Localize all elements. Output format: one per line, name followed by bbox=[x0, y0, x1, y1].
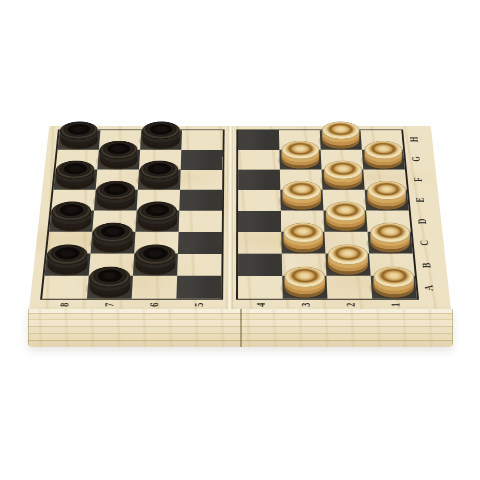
piece-top-face: ⛀ bbox=[367, 181, 407, 200]
square-g3[interactable]: ⛀ bbox=[279, 150, 321, 170]
black-man[interactable]: ⛂ bbox=[51, 212, 92, 231]
white-man[interactable]: ⛀ bbox=[364, 151, 403, 169]
black-man[interactable]: ⛂ bbox=[60, 131, 99, 149]
square-d4[interactable] bbox=[238, 211, 281, 232]
white-man[interactable]: ⛀ bbox=[323, 170, 362, 188]
black-man[interactable]: ⛂ bbox=[142, 131, 180, 149]
box-front-edge bbox=[28, 309, 453, 347]
white-man[interactable]: ⛀ bbox=[370, 233, 411, 253]
black-man[interactable]: ⛂ bbox=[99, 151, 138, 169]
board-half-right: ⛀⛀⛀⛀⛀⛀⛀⛀⛀⛀⛀⛀ 4321 HGFEDCBA bbox=[233, 126, 451, 310]
piece-top-face: ⛀ bbox=[324, 161, 363, 179]
square-c3[interactable]: ⛀ bbox=[281, 232, 325, 254]
coord-label-H: H bbox=[403, 129, 433, 149]
square-d6[interactable]: ⛂ bbox=[135, 211, 179, 232]
white-man[interactable]: ⛀ bbox=[322, 131, 360, 149]
black-man[interactable]: ⛂ bbox=[55, 170, 95, 188]
square-h2[interactable]: ⛀ bbox=[320, 130, 362, 149]
square-e7[interactable]: ⛂ bbox=[94, 190, 138, 211]
coord-label-B: B bbox=[415, 254, 448, 277]
square-f8[interactable]: ⛂ bbox=[53, 170, 97, 190]
white-man[interactable]: ⛀ bbox=[367, 191, 407, 210]
square-f2[interactable]: ⛀ bbox=[322, 170, 365, 190]
playing-field-right: ⛀⛀⛀⛀⛀⛀⛀⛀⛀⛀⛀⛀ bbox=[236, 129, 419, 299]
square-a6[interactable] bbox=[132, 276, 177, 299]
square-f6[interactable]: ⛂ bbox=[138, 170, 181, 190]
black-man[interactable]: ⛂ bbox=[89, 277, 131, 298]
white-man[interactable]: ⛀ bbox=[325, 212, 365, 231]
square-c7[interactable]: ⛂ bbox=[91, 232, 136, 254]
black-man[interactable]: ⛂ bbox=[47, 255, 89, 275]
square-b6[interactable]: ⛂ bbox=[133, 254, 178, 276]
square-h5[interactable] bbox=[181, 130, 222, 149]
square-e5[interactable] bbox=[179, 190, 222, 211]
coord-label-F: F bbox=[407, 169, 438, 190]
square-b5[interactable] bbox=[177, 254, 221, 276]
piece-top-face: ⛀ bbox=[282, 181, 321, 200]
square-c1[interactable]: ⛀ bbox=[368, 232, 413, 254]
piece-top-face: ⛀ bbox=[284, 267, 325, 288]
coord-label-A: A bbox=[417, 277, 450, 300]
coord-label-E: E bbox=[409, 190, 440, 211]
black-man[interactable]: ⛂ bbox=[140, 170, 179, 188]
piece-top-face: ⛀ bbox=[328, 244, 369, 264]
piece-top-face: ⛀ bbox=[283, 223, 323, 243]
checkers-board: ⛂⛂⛂⛂⛂⛂⛂⛂⛂⛂⛂⛂ 8765 ⛀⛀⛀⛀⛀⛀⛀⛀⛀⛀⛀⛀ 4321 HGFE… bbox=[29, 126, 451, 310]
square-a3[interactable]: ⛀ bbox=[282, 276, 327, 299]
white-man[interactable]: ⛀ bbox=[281, 151, 319, 169]
square-a5[interactable] bbox=[176, 276, 221, 299]
board-half-left: ⛂⛂⛂⛂⛂⛂⛂⛂⛂⛂⛂⛂ 8765 bbox=[29, 126, 227, 310]
square-h4[interactable] bbox=[238, 130, 279, 149]
square-a1[interactable]: ⛀ bbox=[371, 276, 417, 299]
white-man[interactable]: ⛀ bbox=[373, 277, 415, 298]
square-h6[interactable]: ⛂ bbox=[140, 130, 182, 149]
piece-top-face: ⛀ bbox=[373, 267, 415, 288]
square-a2[interactable] bbox=[326, 276, 372, 299]
coord-label-C: C bbox=[413, 232, 445, 254]
piece-top-face: ⛀ bbox=[364, 141, 403, 159]
black-man[interactable]: ⛂ bbox=[96, 191, 136, 210]
square-c4[interactable] bbox=[238, 232, 282, 254]
square-g5[interactable] bbox=[181, 150, 223, 170]
white-man[interactable]: ⛀ bbox=[284, 277, 325, 298]
square-b4[interactable] bbox=[238, 254, 282, 276]
square-d2[interactable]: ⛀ bbox=[323, 211, 367, 232]
coord-label-G: G bbox=[405, 149, 436, 169]
square-e3[interactable]: ⛀ bbox=[280, 190, 323, 211]
square-f4[interactable] bbox=[238, 170, 280, 190]
square-a4[interactable] bbox=[238, 276, 283, 299]
black-man[interactable]: ⛂ bbox=[137, 212, 177, 231]
black-man[interactable]: ⛂ bbox=[135, 255, 176, 275]
square-a8[interactable] bbox=[42, 276, 89, 299]
square-a7[interactable]: ⛂ bbox=[87, 276, 133, 299]
square-d5[interactable] bbox=[179, 211, 222, 232]
square-g1[interactable]: ⛀ bbox=[362, 150, 405, 170]
photo-viewport: ⛂⛂⛂⛂⛂⛂⛂⛂⛂⛂⛂⛂ 8765 ⛀⛀⛀⛀⛀⛀⛀⛀⛀⛀⛀⛀ 4321 HGFE… bbox=[0, 0, 480, 480]
white-man[interactable]: ⛀ bbox=[327, 255, 368, 275]
square-c5[interactable] bbox=[178, 232, 222, 254]
black-man[interactable]: ⛂ bbox=[93, 233, 134, 253]
square-e1[interactable]: ⛀ bbox=[365, 190, 409, 211]
scene: ⛂⛂⛂⛂⛂⛂⛂⛂⛂⛂⛂⛂ 8765 ⛀⛀⛀⛀⛀⛀⛀⛀⛀⛀⛀⛀ 4321 HGFE… bbox=[0, 0, 480, 480]
piece-top-face: ⛀ bbox=[370, 223, 411, 243]
piece-top-face: ⛀ bbox=[281, 141, 319, 159]
white-man[interactable]: ⛀ bbox=[283, 233, 323, 253]
square-e4[interactable] bbox=[238, 190, 281, 211]
piece-top-face: ⛀ bbox=[326, 202, 366, 221]
square-h8[interactable]: ⛂ bbox=[58, 130, 101, 149]
playing-field-left: ⛂⛂⛂⛂⛂⛂⛂⛂⛂⛂⛂⛂ bbox=[40, 129, 225, 299]
white-man[interactable]: ⛀ bbox=[282, 191, 321, 210]
square-b8[interactable]: ⛂ bbox=[45, 254, 91, 276]
square-g7[interactable]: ⛂ bbox=[97, 150, 140, 170]
piece-top-face: ⛀ bbox=[322, 122, 360, 140]
square-b2[interactable]: ⛀ bbox=[325, 254, 370, 276]
square-f5[interactable] bbox=[180, 170, 222, 190]
square-g4[interactable] bbox=[238, 150, 280, 170]
coord-label-D: D bbox=[411, 211, 443, 232]
square-d8[interactable]: ⛂ bbox=[49, 211, 94, 232]
